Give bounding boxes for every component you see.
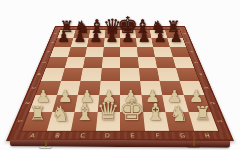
square-c5[interactable] [83, 57, 103, 68]
square-b5[interactable] [64, 57, 85, 68]
file-label-top-c: C [90, 26, 105, 30]
square-e7[interactable] [120, 38, 136, 47]
rank-label-left-1: 1 [6, 116, 33, 125]
square-f3[interactable] [140, 81, 162, 95]
square-f7[interactable] [136, 38, 153, 47]
square-c8[interactable] [89, 30, 105, 38]
file-label-top-e: E [120, 26, 135, 30]
square-e5[interactable] [120, 57, 139, 68]
square-d2[interactable] [97, 95, 120, 112]
rank-label-right-7: 7 [179, 40, 197, 44]
square-b4[interactable] [61, 68, 83, 81]
square-c7[interactable] [87, 38, 104, 47]
square-d4[interactable] [100, 68, 120, 81]
square-e4[interactable] [120, 68, 140, 81]
rank-label-right-4: 4 [190, 71, 212, 77]
file-labels-top: ABCDEFGH [60, 26, 179, 30]
rank-label-left-6: 6 [39, 49, 58, 54]
rank-label-right-1: 1 [206, 116, 233, 125]
square-d7[interactable] [104, 38, 120, 47]
square-b3[interactable] [57, 81, 81, 95]
square-d5[interactable] [101, 57, 120, 68]
square-c1[interactable] [71, 112, 97, 131]
rank-label-right-8: 8 [176, 32, 193, 36]
file-label-top-b: B [75, 26, 91, 30]
square-e6[interactable] [120, 47, 137, 57]
rank-label-left-8: 8 [47, 32, 64, 36]
square-c3[interactable] [78, 81, 100, 95]
square-c4[interactable] [81, 68, 102, 81]
square-d8[interactable] [104, 30, 120, 38]
file-label-top-g: G [149, 26, 165, 30]
rank-label-left-7: 7 [43, 40, 61, 44]
brass-hinge-right [187, 138, 200, 147]
file-label-top-f: F [135, 26, 150, 30]
square-f6[interactable] [136, 47, 154, 57]
square-e1[interactable] [120, 112, 145, 131]
square-b2[interactable] [52, 95, 78, 112]
brass-hinge-left [39, 139, 52, 148]
file-label-top-a: A [60, 26, 76, 30]
square-d3[interactable] [99, 81, 120, 95]
square-b6[interactable] [68, 47, 87, 57]
chessboard-photo: ABCDEFGH ABCDEFGH 12345678 12345678 ♜♞♝♛… [0, 0, 240, 150]
square-e3[interactable] [120, 81, 141, 95]
rank-label-right-5: 5 [186, 60, 206, 65]
square-f4[interactable] [139, 68, 160, 81]
rank-label-left-5: 5 [34, 60, 54, 65]
square-f5[interactable] [137, 57, 157, 68]
square-d6[interactable] [103, 47, 120, 57]
rank-label-left-2: 2 [15, 99, 40, 107]
square-e8[interactable] [120, 30, 136, 38]
square-c2[interactable] [75, 95, 99, 112]
square-f8[interactable] [135, 30, 151, 38]
square-c6[interactable] [85, 47, 103, 57]
rank-label-right-2: 2 [200, 99, 225, 107]
square-d1[interactable] [95, 112, 120, 131]
rank-label-right-3: 3 [195, 84, 218, 91]
rank-label-right-6: 6 [183, 49, 202, 54]
square-b8[interactable] [73, 30, 90, 38]
file-label-top-d: D [105, 26, 120, 30]
chess-board: ABCDEFGH ABCDEFGH 12345678 12345678 [6, 26, 234, 141]
rank-label-left-4: 4 [28, 71, 50, 77]
rank-label-left-3: 3 [22, 84, 45, 91]
file-label-top-h: H [164, 26, 180, 30]
square-e2[interactable] [120, 95, 143, 112]
square-b7[interactable] [71, 38, 89, 47]
